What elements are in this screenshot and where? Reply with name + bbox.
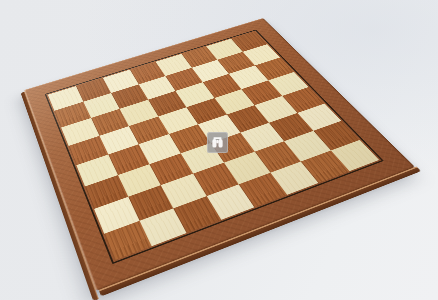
zoom-binoculars-icon bbox=[210, 135, 225, 150]
photo-scene bbox=[0, 0, 438, 300]
zoom-watermark[interactable] bbox=[207, 132, 228, 153]
chessboard bbox=[24, 18, 415, 291]
